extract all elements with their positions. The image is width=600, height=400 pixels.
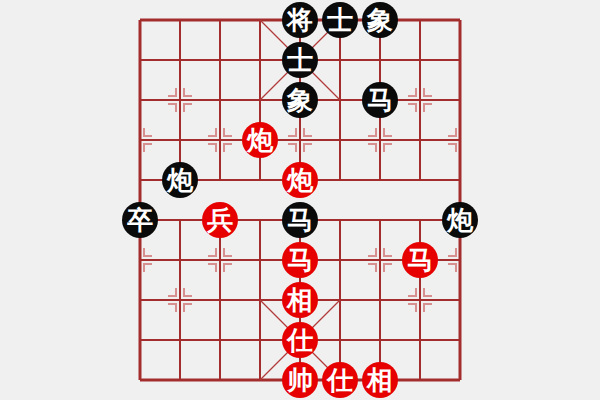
piece-red-elephant[interactable]: 相 (282, 282, 318, 318)
piece-black-advisor[interactable]: 士 (282, 42, 318, 78)
piece-black-soldier[interactable]: 卒 (122, 202, 158, 238)
piece-black-general[interactable]: 将 (282, 2, 318, 38)
piece-black-horse[interactable]: 马 (362, 82, 398, 118)
piece-black-cannon[interactable]: 炮 (162, 162, 198, 198)
xiangqi-board-screen: 将士象士象马炮炮炮卒兵马炮马马相仕帅仕相 (0, 0, 600, 400)
piece-red-horse[interactable]: 马 (402, 242, 438, 278)
piece-red-advisor[interactable]: 仕 (282, 322, 318, 358)
piece-red-horse[interactable]: 马 (282, 242, 318, 278)
piece-black-advisor[interactable]: 士 (322, 2, 358, 38)
piece-black-horse[interactable]: 马 (282, 202, 318, 238)
piece-red-cannon[interactable]: 炮 (242, 122, 278, 158)
piece-red-soldier[interactable]: 兵 (202, 202, 238, 238)
piece-black-elephant[interactable]: 象 (282, 82, 318, 118)
piece-black-elephant[interactable]: 象 (362, 2, 398, 38)
piece-black-cannon[interactable]: 炮 (442, 202, 478, 238)
piece-red-advisor[interactable]: 仕 (322, 362, 358, 398)
piece-red-elephant[interactable]: 相 (362, 362, 398, 398)
piece-red-general[interactable]: 帅 (282, 362, 318, 398)
piece-red-cannon[interactable]: 炮 (282, 162, 318, 198)
